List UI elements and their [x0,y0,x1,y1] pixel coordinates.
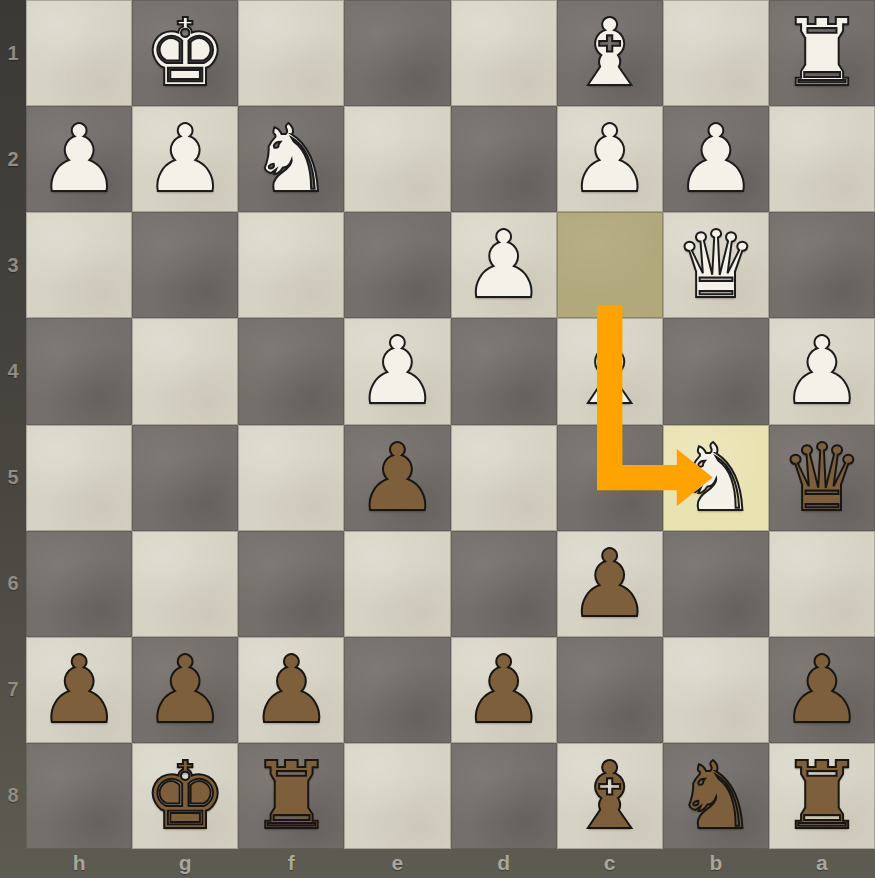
square-e5[interactable]: ♟ [344,425,450,531]
file-label-e: e [344,849,450,878]
square-d4[interactable] [451,318,557,424]
file-label-c: c [557,849,663,878]
square-a4[interactable]: ♟ [769,318,875,424]
piece-wP-d3[interactable]: ♟ [451,212,557,318]
square-d3[interactable]: ♟ [451,212,557,318]
square-c2[interactable]: ♟ [557,106,663,212]
piece-wQ-b3[interactable]: ♛ [663,212,769,318]
square-g1[interactable]: ♚ [132,0,238,106]
square-b3[interactable]: ♛ [663,212,769,318]
square-e4[interactable]: ♟ [344,318,450,424]
square-h8[interactable] [26,743,132,849]
square-f6[interactable] [238,531,344,637]
rank-label-5: 5 [0,425,26,531]
square-c3[interactable] [557,212,663,318]
piece-bP-d7[interactable]: ♟ [451,637,557,743]
square-g3[interactable] [132,212,238,318]
square-d8[interactable] [451,743,557,849]
piece-bQ-a5[interactable]: ♛ [769,425,875,531]
piece-wP-h2[interactable]: ♟ [26,106,132,212]
chess-app: 12345678 ♚♝♜♟♟♞♟♟♟♛♟♝♟♟♞♛♟♟♟♟♟♟♚♜♝♞♜ hgf… [0,0,875,878]
rank-label-7: 7 [0,637,26,743]
piece-wB-c1[interactable]: ♝ [557,0,663,106]
rank-label-1: 1 [0,0,26,106]
square-h4[interactable] [26,318,132,424]
square-f7[interactable]: ♟ [238,637,344,743]
square-d2[interactable] [451,106,557,212]
piece-wP-c2[interactable]: ♟ [557,106,663,212]
square-f2[interactable]: ♞ [238,106,344,212]
square-a2[interactable] [769,106,875,212]
piece-wP-b2[interactable]: ♟ [663,106,769,212]
piece-bR-a8[interactable]: ♜ [769,743,875,849]
piece-wR-a1[interactable]: ♜ [769,0,875,106]
piece-bP-c6[interactable]: ♟ [557,531,663,637]
rank-labels: 12345678 [0,0,26,849]
square-d7[interactable]: ♟ [451,637,557,743]
piece-bN-b8[interactable]: ♞ [663,743,769,849]
square-e8[interactable] [344,743,450,849]
square-c5[interactable] [557,425,663,531]
square-g5[interactable] [132,425,238,531]
square-a3[interactable] [769,212,875,318]
piece-bP-e5[interactable]: ♟ [344,425,450,531]
rank-label-3: 3 [0,212,26,318]
piece-bR-f8[interactable]: ♜ [238,743,344,849]
board-wrap: ♚♝♜♟♟♞♟♟♟♛♟♝♟♟♞♛♟♟♟♟♟♟♚♜♝♞♜ [26,0,875,849]
square-a7[interactable]: ♟ [769,637,875,743]
file-label-b: b [663,849,769,878]
square-a6[interactable] [769,531,875,637]
square-g7[interactable]: ♟ [132,637,238,743]
piece-wN-f2[interactable]: ♞ [238,106,344,212]
square-e7[interactable] [344,637,450,743]
square-c6[interactable]: ♟ [557,531,663,637]
square-b2[interactable]: ♟ [663,106,769,212]
square-b1[interactable] [663,0,769,106]
square-b8[interactable]: ♞ [663,743,769,849]
rank-label-6: 6 [0,531,26,637]
square-h5[interactable] [26,425,132,531]
rank-label-4: 4 [0,318,26,424]
square-h7[interactable]: ♟ [26,637,132,743]
file-label-d: d [451,849,557,878]
file-label-f: f [238,849,344,878]
square-b4[interactable] [663,318,769,424]
square-b5[interactable]: ♞ [663,425,769,531]
piece-bP-f7[interactable]: ♟ [238,637,344,743]
board: ♚♝♜♟♟♞♟♟♟♛♟♝♟♟♞♛♟♟♟♟♟♟♚♜♝♞♜ [26,0,875,849]
square-h2[interactable]: ♟ [26,106,132,212]
square-e1[interactable] [344,0,450,106]
square-a1[interactable]: ♜ [769,0,875,106]
square-g8[interactable]: ♚ [132,743,238,849]
piece-bP-g7[interactable]: ♟ [132,637,238,743]
square-e2[interactable] [344,106,450,212]
square-d5[interactable] [451,425,557,531]
square-a5[interactable]: ♛ [769,425,875,531]
piece-wP-a4[interactable]: ♟ [769,318,875,424]
file-label-h: h [26,849,132,878]
piece-bP-h7[interactable]: ♟ [26,637,132,743]
piece-bP-a7[interactable]: ♟ [769,637,875,743]
piece-wN-b5[interactable]: ♞ [663,425,769,531]
square-c4[interactable]: ♝ [557,318,663,424]
rank-label-2: 2 [0,106,26,212]
square-e3[interactable] [344,212,450,318]
square-c7[interactable] [557,637,663,743]
square-d6[interactable] [451,531,557,637]
square-f5[interactable] [238,425,344,531]
square-e6[interactable] [344,531,450,637]
square-h1[interactable] [26,0,132,106]
file-labels: hgfedcba [26,849,875,878]
piece-wB-c4[interactable]: ♝ [557,318,663,424]
piece-wP-g2[interactable]: ♟ [132,106,238,212]
square-c1[interactable]: ♝ [557,0,663,106]
square-f1[interactable] [238,0,344,106]
file-label-g: g [132,849,238,878]
square-f4[interactable] [238,318,344,424]
square-b7[interactable] [663,637,769,743]
square-f8[interactable]: ♜ [238,743,344,849]
piece-wK-g1[interactable]: ♚ [132,0,238,106]
square-f3[interactable] [238,212,344,318]
piece-bB-c8[interactable]: ♝ [557,743,663,849]
piece-wP-e4[interactable]: ♟ [344,318,450,424]
square-g6[interactable] [132,531,238,637]
piece-bK-g8[interactable]: ♚ [132,743,238,849]
square-a8[interactable]: ♜ [769,743,875,849]
square-d1[interactable] [451,0,557,106]
square-g4[interactable] [132,318,238,424]
file-label-a: a [769,849,875,878]
square-h6[interactable] [26,531,132,637]
square-b6[interactable] [663,531,769,637]
square-c8[interactable]: ♝ [557,743,663,849]
rank-label-8: 8 [0,743,26,849]
square-h3[interactable] [26,212,132,318]
square-g2[interactable]: ♟ [132,106,238,212]
